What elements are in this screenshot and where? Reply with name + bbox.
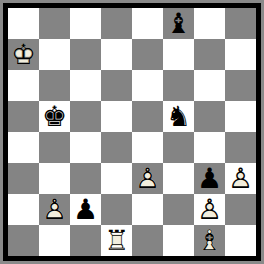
square-a1[interactable] bbox=[8, 225, 39, 256]
pawn-outline-layer: ♙ bbox=[194, 194, 225, 225]
square-b5[interactable]: ♚ bbox=[39, 101, 70, 132]
square-b3[interactable] bbox=[39, 163, 70, 194]
square-e4[interactable] bbox=[132, 132, 163, 163]
white-king[interactable]: ♚♔ bbox=[8, 39, 39, 70]
pawn-outline-layer: ♙ bbox=[39, 194, 70, 225]
bishop-glyph: ♝ bbox=[163, 8, 194, 39]
square-b2[interactable]: ♟♙ bbox=[39, 194, 70, 225]
board-frame: ♝♚♔♚♞♟♙♟♟♙♟♙♟♟♙♜♖♝♗ bbox=[3, 3, 261, 261]
square-e6[interactable] bbox=[132, 70, 163, 101]
white-bishop[interactable]: ♝♗ bbox=[194, 225, 225, 256]
black-pawn[interactable]: ♟ bbox=[194, 163, 225, 194]
square-a5[interactable] bbox=[8, 101, 39, 132]
white-pawn[interactable]: ♟♙ bbox=[132, 163, 163, 194]
square-g4[interactable] bbox=[194, 132, 225, 163]
square-h8[interactable] bbox=[225, 8, 256, 39]
bishop-outline-layer: ♗ bbox=[194, 225, 225, 256]
square-h7[interactable] bbox=[225, 39, 256, 70]
square-c1[interactable] bbox=[70, 225, 101, 256]
square-g5[interactable] bbox=[194, 101, 225, 132]
square-b8[interactable] bbox=[39, 8, 70, 39]
square-e5[interactable] bbox=[132, 101, 163, 132]
square-a4[interactable] bbox=[8, 132, 39, 163]
pawn-glyph: ♟ bbox=[70, 194, 101, 225]
square-d3[interactable] bbox=[101, 163, 132, 194]
square-c4[interactable] bbox=[70, 132, 101, 163]
square-c7[interactable] bbox=[70, 39, 101, 70]
black-bishop[interactable]: ♝ bbox=[163, 8, 194, 39]
chess-diagram: ♝♚♔♚♞♟♙♟♟♙♟♙♟♟♙♜♖♝♗ bbox=[0, 0, 264, 264]
white-pawn[interactable]: ♟♙ bbox=[194, 194, 225, 225]
square-f2[interactable] bbox=[163, 194, 194, 225]
square-d8[interactable] bbox=[101, 8, 132, 39]
black-king[interactable]: ♚ bbox=[39, 101, 70, 132]
square-f8[interactable]: ♝ bbox=[163, 8, 194, 39]
white-pawn[interactable]: ♟♙ bbox=[39, 194, 70, 225]
square-b1[interactable] bbox=[39, 225, 70, 256]
square-h5[interactable] bbox=[225, 101, 256, 132]
square-a3[interactable] bbox=[8, 163, 39, 194]
square-d2[interactable] bbox=[101, 194, 132, 225]
square-g6[interactable] bbox=[194, 70, 225, 101]
square-a7[interactable]: ♚♔ bbox=[8, 39, 39, 70]
pawn-glyph: ♟ bbox=[194, 163, 225, 194]
square-e7[interactable] bbox=[132, 39, 163, 70]
king-outline-layer: ♔ bbox=[8, 39, 39, 70]
square-a2[interactable] bbox=[8, 194, 39, 225]
square-c8[interactable] bbox=[70, 8, 101, 39]
square-c6[interactable] bbox=[70, 70, 101, 101]
square-g2[interactable]: ♟♙ bbox=[194, 194, 225, 225]
square-g3[interactable]: ♟ bbox=[194, 163, 225, 194]
square-g7[interactable] bbox=[194, 39, 225, 70]
black-knight[interactable]: ♞ bbox=[163, 101, 194, 132]
square-f7[interactable] bbox=[163, 39, 194, 70]
square-d7[interactable] bbox=[101, 39, 132, 70]
square-h4[interactable] bbox=[225, 132, 256, 163]
white-pawn[interactable]: ♟♙ bbox=[225, 163, 256, 194]
pawn-outline-layer: ♙ bbox=[132, 163, 163, 194]
square-b6[interactable] bbox=[39, 70, 70, 101]
square-f5[interactable]: ♞ bbox=[163, 101, 194, 132]
square-e1[interactable] bbox=[132, 225, 163, 256]
square-a8[interactable] bbox=[8, 8, 39, 39]
square-c5[interactable] bbox=[70, 101, 101, 132]
square-h2[interactable] bbox=[225, 194, 256, 225]
square-e8[interactable] bbox=[132, 8, 163, 39]
square-c2[interactable]: ♟ bbox=[70, 194, 101, 225]
rook-outline-layer: ♖ bbox=[101, 225, 132, 256]
square-d5[interactable] bbox=[101, 101, 132, 132]
square-g8[interactable] bbox=[194, 8, 225, 39]
square-e2[interactable] bbox=[132, 194, 163, 225]
square-f6[interactable] bbox=[163, 70, 194, 101]
king-glyph: ♚ bbox=[39, 101, 70, 132]
square-b4[interactable] bbox=[39, 132, 70, 163]
square-e3[interactable]: ♟♙ bbox=[132, 163, 163, 194]
square-h3[interactable]: ♟♙ bbox=[225, 163, 256, 194]
black-pawn[interactable]: ♟ bbox=[70, 194, 101, 225]
square-g1[interactable]: ♝♗ bbox=[194, 225, 225, 256]
square-h1[interactable] bbox=[225, 225, 256, 256]
square-d1[interactable]: ♜♖ bbox=[101, 225, 132, 256]
square-d6[interactable] bbox=[101, 70, 132, 101]
white-rook[interactable]: ♜♖ bbox=[101, 225, 132, 256]
square-f3[interactable] bbox=[163, 163, 194, 194]
knight-glyph: ♞ bbox=[163, 101, 194, 132]
square-h6[interactable] bbox=[225, 70, 256, 101]
square-d4[interactable] bbox=[101, 132, 132, 163]
chess-board: ♝♚♔♚♞♟♙♟♟♙♟♙♟♟♙♜♖♝♗ bbox=[8, 8, 256, 256]
square-f1[interactable] bbox=[163, 225, 194, 256]
square-b7[interactable] bbox=[39, 39, 70, 70]
square-c3[interactable] bbox=[70, 163, 101, 194]
square-f4[interactable] bbox=[163, 132, 194, 163]
square-a6[interactable] bbox=[8, 70, 39, 101]
pawn-outline-layer: ♙ bbox=[225, 163, 256, 194]
